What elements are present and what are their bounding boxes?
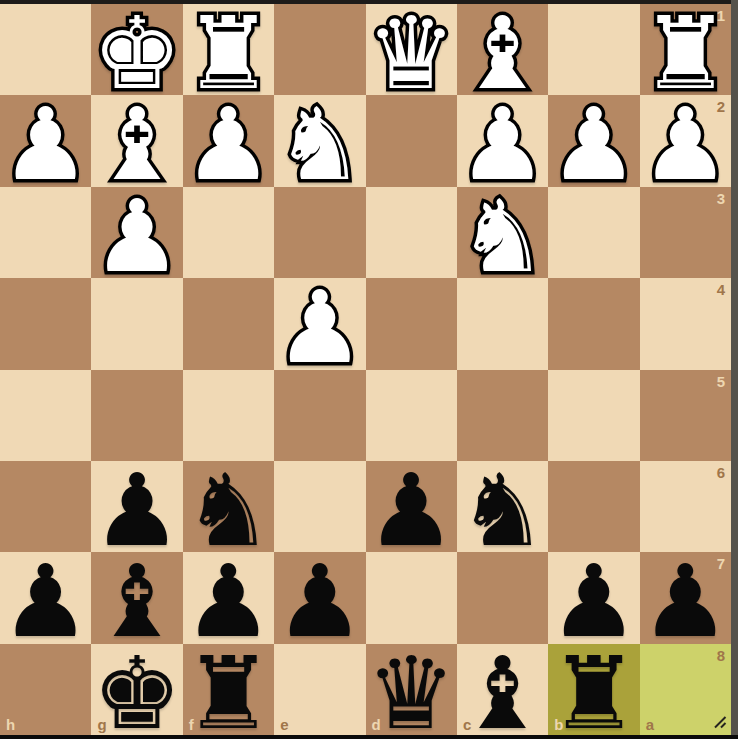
white-queen[interactable]: ♛♛ — [366, 4, 457, 95]
black-pawn-glyph: ♟ — [1, 552, 91, 652]
square-b3[interactable] — [548, 187, 639, 278]
square-g1[interactable]: ♚♚ — [91, 4, 182, 95]
square-f5[interactable] — [183, 370, 274, 461]
white-pawn[interactable]: ♟♟ — [457, 95, 548, 186]
rank-label-1: 1 — [717, 7, 725, 24]
page-background-right — [731, 0, 738, 739]
white-king[interactable]: ♚♚ — [91, 4, 182, 95]
square-g7[interactable]: ♝ — [91, 552, 182, 643]
black-knight[interactable]: ♞ — [183, 461, 274, 552]
square-b4[interactable] — [548, 278, 639, 369]
file-label-c: c — [463, 716, 471, 733]
white-pawn-glyph: ♟ — [92, 187, 182, 287]
white-knight-glyph: ♞ — [275, 95, 365, 195]
square-e8[interactable]: e — [274, 644, 365, 735]
square-b6[interactable] — [548, 461, 639, 552]
square-f7[interactable]: ♟ — [183, 552, 274, 643]
square-c1[interactable]: ♝♝ — [457, 4, 548, 95]
file-label-b: b — [554, 716, 563, 733]
black-bishop[interactable]: ♝ — [91, 552, 182, 643]
square-e3[interactable] — [274, 187, 365, 278]
file-label-a: a — [646, 716, 654, 733]
square-a3[interactable]: 3 — [640, 187, 731, 278]
square-a5[interactable]: 5 — [640, 370, 731, 461]
square-a2[interactable]: ♟♟2 — [640, 95, 731, 186]
white-pawn[interactable]: ♟♟ — [274, 278, 365, 369]
square-d2[interactable] — [366, 95, 457, 186]
square-a7[interactable]: ♟7 — [640, 552, 731, 643]
square-f6[interactable]: ♞ — [183, 461, 274, 552]
white-knight[interactable]: ♞♞ — [457, 187, 548, 278]
white-pawn[interactable]: ♟♟ — [91, 187, 182, 278]
rank-label-5: 5 — [717, 373, 725, 390]
rank-label-6: 6 — [717, 464, 725, 481]
white-pawn-glyph: ♟ — [549, 95, 639, 195]
file-label-h: h — [6, 716, 15, 733]
square-b1[interactable] — [548, 4, 639, 95]
white-rook[interactable]: ♜♜ — [183, 4, 274, 95]
white-bishop[interactable]: ♝♝ — [91, 95, 182, 186]
square-h3[interactable] — [0, 187, 91, 278]
black-knight-glyph: ♞ — [458, 461, 548, 561]
square-g5[interactable] — [91, 370, 182, 461]
white-pawn[interactable]: ♟♟ — [183, 95, 274, 186]
square-b2[interactable]: ♟♟ — [548, 95, 639, 186]
rank-label-4: 4 — [717, 281, 725, 298]
rank-label-7: 7 — [717, 555, 725, 572]
square-d7[interactable] — [366, 552, 457, 643]
square-c2[interactable]: ♟♟ — [457, 95, 548, 186]
square-f1[interactable]: ♜♜ — [183, 4, 274, 95]
square-e4[interactable]: ♟♟ — [274, 278, 365, 369]
square-e1[interactable] — [274, 4, 365, 95]
square-c3[interactable]: ♞♞ — [457, 187, 548, 278]
file-label-g: g — [97, 716, 106, 733]
rank-label-2: 2 — [717, 98, 725, 115]
square-h2[interactable]: ♟♟ — [0, 95, 91, 186]
square-d5[interactable] — [366, 370, 457, 461]
square-e2[interactable]: ♞♞ — [274, 95, 365, 186]
rank-label-3: 3 — [717, 190, 725, 207]
square-f3[interactable] — [183, 187, 274, 278]
file-label-e: e — [280, 716, 288, 733]
black-rook-glyph: ♜ — [184, 644, 274, 739]
black-knight[interactable]: ♞ — [457, 461, 548, 552]
black-pawn[interactable]: ♟ — [91, 461, 182, 552]
square-d3[interactable] — [366, 187, 457, 278]
black-pawn[interactable]: ♟ — [548, 552, 639, 643]
board: ♚♚♜♜♛♛♝♝♜♜1♟♟♝♝♟♟♞♞♟♟♟♟♟♟2♟♟♞♞3♟♟45♟♞♟♞6… — [0, 4, 731, 735]
white-bishop[interactable]: ♝♝ — [457, 4, 548, 95]
black-pawn-glyph: ♟ — [366, 461, 456, 561]
square-h1[interactable] — [0, 4, 91, 95]
square-e7[interactable]: ♟ — [274, 552, 365, 643]
square-g3[interactable]: ♟♟ — [91, 187, 182, 278]
square-g8[interactable]: ♚g — [91, 644, 182, 735]
file-label-d: d — [372, 716, 381, 733]
square-c7[interactable] — [457, 552, 548, 643]
white-knight-glyph: ♞ — [458, 187, 548, 287]
black-rook[interactable]: ♜ — [183, 644, 274, 735]
square-d6[interactable]: ♟ — [366, 461, 457, 552]
square-b7[interactable]: ♟ — [548, 552, 639, 643]
square-c8[interactable]: ♝c — [457, 644, 548, 735]
square-c4[interactable] — [457, 278, 548, 369]
square-h6[interactable] — [0, 461, 91, 552]
white-knight[interactable]: ♞♞ — [274, 95, 365, 186]
square-d4[interactable] — [366, 278, 457, 369]
square-d1[interactable]: ♛♛ — [366, 4, 457, 95]
square-h4[interactable] — [0, 278, 91, 369]
white-pawn-glyph: ♟ — [1, 95, 91, 195]
white-pawn[interactable]: ♟♟ — [0, 95, 91, 186]
black-pawn[interactable]: ♟ — [183, 552, 274, 643]
square-a4[interactable]: 4 — [640, 278, 731, 369]
board-resize-handle-icon[interactable] — [712, 714, 727, 729]
square-h5[interactable] — [0, 370, 91, 461]
square-e6[interactable] — [274, 461, 365, 552]
white-pawn-glyph: ♟ — [275, 278, 365, 378]
square-h8[interactable]: h — [0, 644, 91, 735]
black-pawn-glyph: ♟ — [275, 552, 365, 652]
file-label-f: f — [189, 716, 194, 733]
square-a6[interactable]: 6 — [640, 461, 731, 552]
square-c6[interactable]: ♞ — [457, 461, 548, 552]
square-f8[interactable]: ♜f — [183, 644, 274, 735]
square-g2[interactable]: ♝♝ — [91, 95, 182, 186]
white-pawn[interactable]: ♟♟ — [548, 95, 639, 186]
rank-label-8: 8 — [717, 647, 725, 664]
square-d8[interactable]: ♛d — [366, 644, 457, 735]
square-c5[interactable] — [457, 370, 548, 461]
square-e5[interactable] — [274, 370, 365, 461]
square-g4[interactable] — [91, 278, 182, 369]
white-queen-glyph: ♛ — [366, 4, 456, 104]
square-f4[interactable] — [183, 278, 274, 369]
white-pawn-glyph: ♟ — [184, 95, 274, 195]
square-b5[interactable] — [548, 370, 639, 461]
black-pawn[interactable]: ♟ — [0, 552, 91, 643]
square-f2[interactable]: ♟♟ — [183, 95, 274, 186]
black-pawn[interactable]: ♟ — [366, 461, 457, 552]
square-b8[interactable]: ♜b — [548, 644, 639, 735]
black-pawn[interactable]: ♟ — [274, 552, 365, 643]
square-h7[interactable]: ♟ — [0, 552, 91, 643]
square-a1[interactable]: ♜♜1 — [640, 4, 731, 95]
square-g6[interactable]: ♟ — [91, 461, 182, 552]
